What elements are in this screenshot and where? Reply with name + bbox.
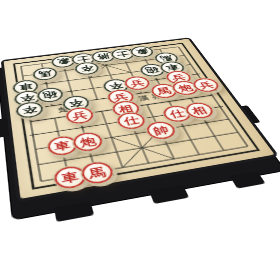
piece-character: 士 bbox=[115, 51, 130, 58]
piece-character: 仕 bbox=[168, 109, 186, 119]
river-label-left: 楚河 bbox=[57, 103, 86, 115]
piece-character: 卒 bbox=[79, 64, 94, 72]
piece-red-cannon[interactable]: 炮 bbox=[70, 130, 106, 154]
piece-character: 仕 bbox=[122, 116, 140, 127]
piece-character: 帥 bbox=[152, 125, 171, 136]
piece-character: 相 bbox=[190, 105, 209, 115]
piece-red-general[interactable]: 帥 bbox=[142, 119, 180, 142]
board-foot bbox=[149, 184, 189, 204]
piece-red-chariot[interactable]: 車 bbox=[45, 134, 81, 158]
piece-red-advisor[interactable]: 仕 bbox=[114, 110, 150, 132]
piece-red-horse[interactable]: 馬 bbox=[78, 159, 118, 187]
board-foot bbox=[0, 118, 10, 139]
piece-character: 炮 bbox=[79, 136, 97, 148]
piece-character: 兵 bbox=[197, 80, 214, 89]
piece-character: 兵 bbox=[71, 110, 88, 120]
piece-character: 馬 bbox=[88, 166, 108, 180]
piece-black-soldier[interactable]: 卒 bbox=[14, 100, 46, 120]
piece-red-soldier[interactable]: 兵 bbox=[63, 105, 97, 126]
piece-character: 砲 bbox=[144, 66, 160, 74]
piece-character: 馬 bbox=[155, 86, 172, 95]
piece-red-chariot[interactable]: 車 bbox=[51, 164, 90, 192]
piece-character: 卒 bbox=[68, 98, 84, 108]
piece-red-elephant[interactable]: 相 bbox=[181, 101, 218, 121]
piece-character: 相 bbox=[117, 103, 134, 113]
piece-character: 卒 bbox=[22, 105, 38, 115]
piece-red-advisor[interactable]: 仕 bbox=[159, 104, 196, 125]
board-foot bbox=[230, 171, 266, 189]
board-foot bbox=[54, 201, 94, 222]
piece-character: 兵 bbox=[129, 79, 145, 88]
piece-character: 馬 bbox=[38, 70, 53, 78]
product-photo: 楚河 漢界 象士將士象馬卒馬車砲車卒砲卒兵兵卒卒兵馬炮兵兵相仕仕相車炮帥車馬 bbox=[0, 0, 280, 280]
piece-character: 象 bbox=[56, 58, 70, 66]
piece-character: 車 bbox=[54, 140, 72, 152]
xiangqi-board: 楚河 漢界 象士將士象馬卒馬車砲車卒砲卒兵兵卒卒兵馬炮兵兵相仕仕相車炮帥車馬 bbox=[4, 39, 275, 199]
piece-black-soldier[interactable]: 卒 bbox=[60, 93, 93, 113]
piece-character: 砲 bbox=[42, 90, 58, 99]
piece-character: 象 bbox=[135, 48, 150, 55]
piece-character: 車 bbox=[61, 170, 80, 184]
piece-black-horse[interactable]: 馬 bbox=[31, 66, 60, 83]
piece-character: 將 bbox=[96, 53, 111, 60]
